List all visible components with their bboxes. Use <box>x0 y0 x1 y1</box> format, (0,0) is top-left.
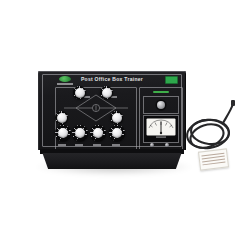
terminal-post-left <box>150 143 154 147</box>
knob-caption <box>84 96 90 98</box>
cable-plug <box>231 100 235 106</box>
qc-badge <box>165 76 178 84</box>
knob-caption <box>112 144 120 146</box>
galvanometer-meter <box>143 115 179 143</box>
ratio-arm-knob-2 <box>100 86 113 99</box>
product-photo: Post Office Box Trainer <box>0 0 250 250</box>
ratio-arm-knob-1 <box>73 86 86 99</box>
bridge-arm-knob-right <box>110 111 123 124</box>
knob-caption <box>93 144 101 146</box>
accessory-tag <box>198 148 229 170</box>
galvanometer-section <box>139 87 183 150</box>
panel-title: Post Office Box Trainer <box>38 76 186 82</box>
case-body <box>41 153 183 169</box>
knob-caption <box>58 144 66 146</box>
sensitivity-selector-box <box>143 96 179 114</box>
galvanometer-section-label <box>153 91 169 94</box>
sensitivity-knob <box>157 101 165 109</box>
brand-caption <box>57 83 73 85</box>
multiplier-knob-2 <box>72 125 88 141</box>
knob-caption <box>75 144 83 146</box>
multiplier-knob-1 <box>55 125 71 141</box>
knob-caption <box>111 96 117 98</box>
tag-print-line <box>203 162 226 166</box>
accessory-cable <box>181 96 239 158</box>
device-front-panel: Post Office Box Trainer <box>38 71 186 150</box>
bridge-arm-knob-left <box>55 111 68 124</box>
multiplier-knob-3 <box>90 125 106 141</box>
meter-face <box>144 116 178 142</box>
multiplier-knob-4 <box>109 125 125 141</box>
terminal-post-right <box>165 143 169 147</box>
